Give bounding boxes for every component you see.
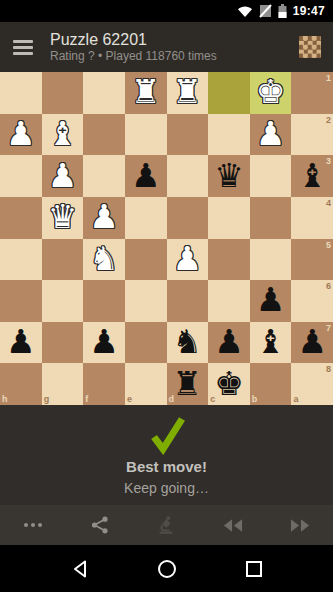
piece-wQ-g4: ♛ [48, 200, 78, 233]
piece-bP-c7: ♟ [214, 325, 244, 358]
android-navbar [0, 545, 333, 592]
piece-bQ-c3: ♛ [214, 159, 244, 192]
piece-wK-b1: ♚ [256, 75, 286, 108]
piece-bK-c8: ♚ [214, 367, 244, 400]
square-h4[interactable] [0, 197, 42, 239]
piece-bR-d8: ♜ [173, 367, 203, 400]
puzzle-toolbar [0, 505, 333, 545]
piece-wN-f5: ♞ [89, 242, 119, 275]
piece-bP-f7: ♟ [89, 325, 119, 358]
square-d8[interactable]: ♜d [167, 363, 209, 405]
rank-label-6: 6 [326, 282, 331, 291]
nav-home-button[interactable] [137, 545, 197, 592]
square-a7[interactable]: ♟7 [291, 322, 333, 364]
file-label-e: e [127, 395, 132, 404]
square-a2[interactable]: 2 [291, 114, 333, 156]
nav-back-button[interactable] [50, 545, 110, 592]
square-f4[interactable]: ♟ [83, 197, 125, 239]
square-h7[interactable]: ♟ [0, 322, 42, 364]
file-label-f: f [85, 395, 88, 404]
piece-bP-b6: ♟ [256, 283, 286, 316]
square-f2[interactable] [83, 114, 125, 156]
square-e3[interactable]: ♟ [125, 155, 167, 197]
piece-wP-d5: ♟ [173, 242, 203, 275]
recents-icon [245, 560, 263, 578]
piece-wP-h2: ♟ [6, 117, 36, 150]
square-g1[interactable] [42, 72, 84, 114]
piece-wB-g2: ♝ [48, 117, 78, 150]
square-h8[interactable]: h [0, 363, 42, 405]
piece-bB-a3: ♝ [297, 159, 327, 192]
square-g3[interactable]: ♟ [42, 155, 84, 197]
square-a5[interactable]: 5 [291, 239, 333, 281]
rewind-button[interactable] [200, 505, 267, 545]
square-f3[interactable] [83, 155, 125, 197]
square-h5[interactable] [0, 239, 42, 281]
share-button[interactable] [67, 505, 134, 545]
piece-bP-e3: ♟ [131, 159, 161, 192]
square-f5[interactable]: ♞ [83, 239, 125, 281]
share-icon [91, 516, 109, 534]
feedback-subtitle: Keep going… [124, 480, 209, 496]
square-d6[interactable] [167, 280, 209, 322]
piece-bP-a7: ♟ [297, 325, 327, 358]
piece-wP-g3: ♟ [48, 159, 78, 192]
piece-wR-d1: ♜ [173, 75, 203, 108]
square-f7[interactable]: ♟ [83, 322, 125, 364]
piece-wR-e1: ♜ [131, 75, 161, 108]
square-d3[interactable] [167, 155, 209, 197]
square-c2[interactable] [208, 114, 250, 156]
square-g7[interactable] [42, 322, 84, 364]
rank-label-1: 1 [326, 74, 331, 83]
file-label-c: c [210, 395, 215, 404]
rank-label-5: 5 [326, 241, 331, 250]
square-c1[interactable] [208, 72, 250, 114]
square-b1[interactable]: ♚ [250, 72, 292, 114]
square-d2[interactable] [167, 114, 209, 156]
hamburger-icon [13, 40, 33, 55]
status-bar: 19:47 [0, 0, 333, 22]
square-b6[interactable]: ♟ [250, 280, 292, 322]
cellular-off-icon [259, 4, 272, 18]
square-g5[interactable] [42, 239, 84, 281]
mini-chessboard-icon[interactable] [299, 36, 321, 58]
app-header: Puzzle 62201 Rating ? • Played 118760 ti… [0, 22, 333, 72]
square-f6[interactable] [83, 280, 125, 322]
square-h3[interactable] [0, 155, 42, 197]
square-e5[interactable] [125, 239, 167, 281]
feedback-panel: Best move! Keep going… [0, 405, 333, 505]
square-e7[interactable] [125, 322, 167, 364]
square-e4[interactable] [125, 197, 167, 239]
checkmark-icon [144, 415, 190, 455]
clock: 19:47 [293, 4, 325, 18]
chess-board[interactable]: ♜♜♚1♟♝♟2♟♟♛♝3♛♟4♞♟5♟6♟♟♞♟♝♟7hgfe♜d♚cb8a [0, 72, 333, 405]
page-title: Puzzle 62201 [50, 30, 299, 49]
square-d1[interactable]: ♜ [167, 72, 209, 114]
feedback-title: Best move! [126, 458, 207, 475]
square-a4[interactable]: 4 [291, 197, 333, 239]
square-c4[interactable] [208, 197, 250, 239]
square-a1[interactable]: 1 [291, 72, 333, 114]
phone-screen: 19:47 Puzzle 62201 Rating ? • Played 118… [0, 0, 333, 592]
square-b7[interactable]: ♝ [250, 322, 292, 364]
analysis-button[interactable] [133, 505, 200, 545]
battery-icon [278, 4, 287, 19]
square-c8[interactable]: ♚c [208, 363, 250, 405]
square-g4[interactable]: ♛ [42, 197, 84, 239]
square-h2[interactable]: ♟ [0, 114, 42, 156]
square-b3[interactable] [250, 155, 292, 197]
nav-recents-button[interactable] [224, 545, 284, 592]
more-button[interactable] [0, 505, 67, 545]
rank-label-3: 3 [326, 157, 331, 166]
file-label-b: b [252, 395, 258, 404]
square-a8[interactable]: 8a [291, 363, 333, 405]
square-d5[interactable]: ♟ [167, 239, 209, 281]
rewind-icon [223, 518, 243, 533]
header-titles: Puzzle 62201 Rating ? • Played 118760 ti… [50, 30, 299, 64]
piece-bN-d7: ♞ [173, 325, 203, 358]
forward-button[interactable] [266, 505, 333, 545]
square-c5[interactable] [208, 239, 250, 281]
square-e8[interactable]: e [125, 363, 167, 405]
menu-button[interactable] [0, 22, 46, 72]
square-e6[interactable] [125, 280, 167, 322]
file-label-d: d [169, 395, 175, 404]
square-c7[interactable]: ♟ [208, 322, 250, 364]
piece-wP-b2: ♟ [256, 117, 286, 150]
square-g8[interactable]: g [42, 363, 84, 405]
file-label-g: g [44, 395, 50, 404]
square-f1[interactable] [83, 72, 125, 114]
microscope-icon [156, 515, 176, 535]
file-label-a: a [293, 395, 298, 404]
page-subtitle: Rating ? • Played 118760 times [50, 49, 299, 64]
square-e2[interactable] [125, 114, 167, 156]
piece-wP-f4: ♟ [89, 200, 119, 233]
rank-label-4: 4 [326, 199, 331, 208]
forward-icon [290, 518, 310, 533]
square-c6[interactable] [208, 280, 250, 322]
square-d7[interactable]: ♞ [167, 322, 209, 364]
square-g2[interactable]: ♝ [42, 114, 84, 156]
rank-label-7: 7 [326, 324, 331, 333]
square-g6[interactable] [42, 280, 84, 322]
more-icon [24, 523, 42, 527]
square-d4[interactable] [167, 197, 209, 239]
piece-bP-h7: ♟ [6, 325, 36, 358]
square-b5[interactable] [250, 239, 292, 281]
square-b4[interactable] [250, 197, 292, 239]
square-b8[interactable]: b [250, 363, 292, 405]
square-f8[interactable]: f [83, 363, 125, 405]
square-a3[interactable]: ♝3 [291, 155, 333, 197]
square-h1[interactable] [0, 72, 42, 114]
rank-label-2: 2 [326, 116, 331, 125]
square-h6[interactable] [0, 280, 42, 322]
square-b2[interactable]: ♟ [250, 114, 292, 156]
file-label-h: h [2, 395, 8, 404]
piece-bB-b7: ♝ [256, 325, 286, 358]
square-c3[interactable]: ♛ [208, 155, 250, 197]
rank-label-8: 8 [326, 365, 331, 374]
square-e1[interactable]: ♜ [125, 72, 167, 114]
back-icon [71, 559, 89, 579]
square-a6[interactable]: 6 [291, 280, 333, 322]
wifi-icon [237, 4, 253, 18]
home-icon [157, 559, 177, 579]
